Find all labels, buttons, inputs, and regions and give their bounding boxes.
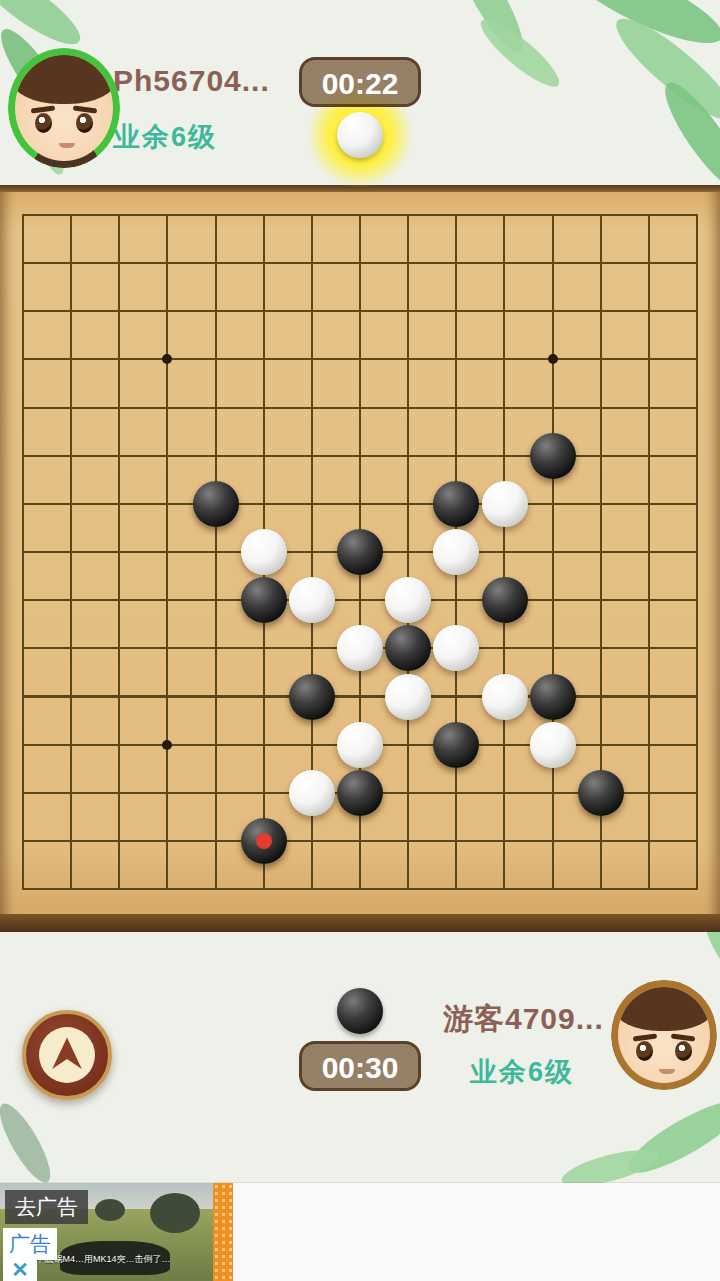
avatar-eye — [35, 113, 52, 133]
star-point — [162, 740, 172, 750]
bottom-player-timer: 00:30 — [299, 1041, 421, 1091]
white-stone — [241, 529, 287, 575]
top-player-name: Ph56704... — [113, 64, 270, 98]
bottom-player-name: 游客4709... — [443, 999, 604, 1040]
undo-button-inner — [39, 1027, 95, 1083]
bottom-player-rank: 业余6级 — [470, 1054, 574, 1090]
black-stone — [337, 770, 383, 816]
black-stone — [482, 577, 528, 623]
avatar-eye — [675, 1041, 692, 1061]
ad-close-button[interactable]: ✕ — [3, 1259, 37, 1281]
black-stone — [433, 481, 479, 527]
white-stone — [385, 577, 431, 623]
last-move-marker — [256, 833, 272, 849]
thumb-tree — [150, 1193, 200, 1233]
white-turn-stone — [337, 112, 383, 158]
white-stone — [289, 577, 335, 623]
white-stone — [530, 722, 576, 768]
black-stone — [578, 770, 624, 816]
bamboo-leaf — [0, 1098, 59, 1189]
top-player-avatar[interactable] — [8, 48, 120, 168]
avatar-face — [618, 987, 710, 1083]
black-stone — [530, 433, 576, 479]
avatar-mouth — [659, 1069, 675, 1074]
white-stone — [337, 722, 383, 768]
black-stone — [433, 722, 479, 768]
white-stone — [433, 625, 479, 671]
white-stone — [482, 481, 528, 527]
star-point — [162, 354, 172, 364]
avatar-face — [15, 55, 113, 161]
remove-ad-button[interactable]: 去广告 — [5, 1190, 88, 1224]
bamboo-leaf — [473, 11, 566, 95]
go-board — [0, 185, 720, 932]
black-stone — [193, 481, 239, 527]
board-grid[interactable] — [22, 214, 698, 890]
top-player-rank: 业余6级 — [113, 119, 217, 155]
white-stone — [482, 674, 528, 720]
white-stone — [337, 625, 383, 671]
black-stone — [337, 529, 383, 575]
ad-banner: …队友 平底锅M4…用MK14突…击倒了… 去广告 广告 ✕ G 快手 5.0 … — [0, 1183, 720, 1281]
ad-orange-strip — [213, 1183, 233, 1281]
black-stone — [530, 674, 576, 720]
thumb-tree — [95, 1199, 125, 1221]
avatar-mouth — [59, 143, 75, 148]
avatar-eye — [76, 113, 93, 133]
chevron-up-icon — [47, 1035, 87, 1075]
ad-label-badge: 广告 — [3, 1228, 57, 1260]
white-stone — [289, 770, 335, 816]
board-bottom-edge — [0, 914, 720, 932]
avatar-eye — [636, 1041, 653, 1061]
bottom-player-avatar[interactable] — [611, 980, 717, 1090]
black-stone — [385, 625, 431, 671]
black-stone — [241, 818, 287, 864]
star-point — [548, 354, 558, 364]
white-stone — [385, 674, 431, 720]
black-stone — [289, 674, 335, 720]
black-turn-stone — [337, 988, 383, 1034]
black-stone — [241, 577, 287, 623]
undo-button[interactable] — [22, 1010, 112, 1100]
top-player-timer: 00:22 — [299, 57, 421, 107]
white-stone — [433, 529, 479, 575]
